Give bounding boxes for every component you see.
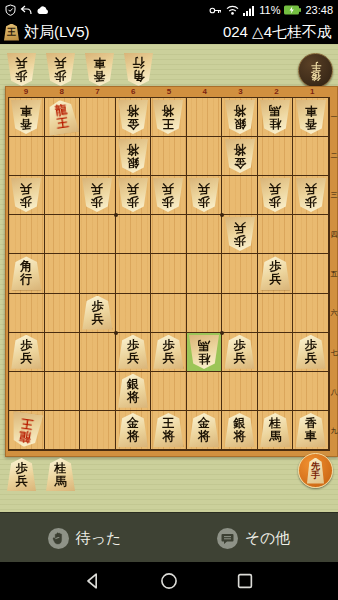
battery-charging-icon: [284, 5, 301, 15]
board-cell-1九[interactable]: 香車: [293, 411, 329, 450]
sente-player-badge: 先手: [298, 453, 333, 488]
key-icon: [209, 5, 222, 16]
board-cell-5六[interactable]: [151, 294, 187, 333]
shogi-piece-銀将-gote[interactable]: 銀将: [118, 139, 148, 173]
shogi-piece-桂馬-sente[interactable]: 桂馬: [46, 458, 75, 491]
board-cell-8一[interactable]: 龍王: [45, 98, 81, 137]
board-cell-7五[interactable]: [80, 254, 116, 293]
other-options-button[interactable]: その他: [169, 513, 338, 563]
board-cell-4九[interactable]: 金将: [187, 411, 223, 450]
board-cell-2三[interactable]: 歩兵: [258, 176, 294, 215]
board-grid: 香車龍王金将王将銀将桂馬香車銀将金将歩兵歩兵歩兵歩兵歩兵歩兵歩兵歩兵角行歩兵歩兵…: [8, 97, 330, 451]
board-cell-7六[interactable]: 歩兵: [80, 294, 116, 333]
hoshi-dot: [220, 331, 224, 335]
game-area: 歩兵歩兵香車角行 後手 987654321 一二三四五六七八九 香車龍王金将王将…: [0, 44, 338, 512]
board-cell-2九[interactable]: 桂馬: [258, 411, 294, 450]
app-bar: 王 対局(LV5) 024 △4七桂不成: [0, 20, 338, 44]
file-label-2: 2: [258, 86, 294, 97]
board-cell-8八[interactable]: [45, 372, 81, 411]
board-cell-4八[interactable]: [187, 372, 223, 411]
home-button[interactable]: [131, 571, 207, 591]
hoshi-dot: [220, 213, 224, 217]
board-cell-2二[interactable]: [258, 137, 294, 176]
shogi-piece-歩兵-sente[interactable]: 歩兵: [11, 335, 41, 369]
board-cell-3八[interactable]: [222, 372, 258, 411]
rank-label-八: 八: [330, 372, 338, 411]
board-cell-6八[interactable]: 銀将: [116, 372, 152, 411]
board-cell-3九[interactable]: 銀将: [222, 411, 258, 450]
file-label-5: 5: [151, 86, 187, 97]
board-cell-5八[interactable]: [151, 372, 187, 411]
wifi-icon: [226, 5, 239, 15]
shogi-piece-歩兵-sente[interactable]: 歩兵: [225, 335, 255, 369]
board-cell-8五[interactable]: [45, 254, 81, 293]
board-cell-6九[interactable]: 金将: [116, 411, 152, 450]
shogi-piece-歩兵-gote[interactable]: 歩兵: [11, 178, 41, 212]
shogi-piece-歩兵-sente[interactable]: 歩兵: [296, 335, 326, 369]
board-cell-7二[interactable]: [80, 137, 116, 176]
file-label-7: 7: [80, 86, 116, 97]
board-cell-6三[interactable]: 歩兵: [116, 176, 152, 215]
board-cell-8七[interactable]: [45, 333, 81, 372]
board-cell-3六[interactable]: [222, 294, 258, 333]
board-cell-5二[interactable]: [151, 137, 187, 176]
board-cell-1八[interactable]: [293, 372, 329, 411]
board-cell-9六[interactable]: [9, 294, 45, 333]
board-cell-4七[interactable]: 桂馬: [187, 333, 223, 372]
shogi-piece-王将-sente[interactable]: 王将: [153, 413, 183, 447]
board-cell-2八[interactable]: [258, 372, 294, 411]
file-labels: 987654321: [8, 86, 330, 97]
back-button[interactable]: [55, 571, 131, 591]
app-screen: 11% 23:48 王 対局(LV5) 024 △4七桂不成 歩兵歩兵香車角行 …: [0, 0, 338, 600]
board-cell-3七[interactable]: 歩兵: [222, 333, 258, 372]
shogi-app-icon: 王: [4, 24, 19, 41]
shogi-piece-歩兵-sente[interactable]: 歩兵: [260, 256, 290, 290]
board-cell-3三[interactable]: [222, 176, 258, 215]
file-label-9: 9: [8, 86, 44, 97]
board-cell-1四[interactable]: [293, 215, 329, 254]
board-cell-9五[interactable]: 角行: [9, 254, 45, 293]
shogi-piece-桂馬-sente[interactable]: 桂馬: [260, 413, 290, 447]
shogi-piece-香車-gote[interactable]: 香車: [85, 53, 114, 86]
board-cell-1一[interactable]: 香車: [293, 98, 329, 137]
sente-badge-piece: 先手: [307, 458, 324, 484]
board-cell-7三[interactable]: 歩兵: [80, 176, 116, 215]
board-cell-6五[interactable]: [116, 254, 152, 293]
board-cell-9四[interactable]: [9, 215, 45, 254]
board-cell-6六[interactable]: [116, 294, 152, 333]
shield-check-icon: [5, 4, 16, 16]
shogi-piece-歩兵-gote[interactable]: 歩兵: [260, 178, 290, 212]
file-label-1: 1: [294, 86, 330, 97]
shogi-piece-龍王-sente[interactable]: 龍王: [45, 98, 79, 136]
shogi-piece-歩兵-gote[interactable]: 歩兵: [46, 53, 75, 86]
board-cell-4四[interactable]: [187, 215, 223, 254]
board-cell-5四[interactable]: [151, 215, 187, 254]
shogi-piece-歩兵-gote[interactable]: 歩兵: [225, 217, 255, 251]
rank-label-六: 六: [330, 294, 338, 333]
shogi-piece-桂馬-gote[interactable]: 桂馬: [260, 100, 290, 134]
board-cell-1六[interactable]: [293, 294, 329, 333]
shogi-piece-角行-gote[interactable]: 角行: [124, 53, 153, 86]
board-cell-1二[interactable]: [293, 137, 329, 176]
gote-badge-label: 後手: [311, 61, 321, 81]
board-cell-9一[interactable]: 香車: [9, 98, 45, 137]
shogi-piece-銀将-gote[interactable]: 銀将: [225, 100, 255, 134]
move-counter: 024 △4七桂不成: [223, 23, 338, 42]
board-cell-8六[interactable]: [45, 294, 81, 333]
board-cell-1七[interactable]: 歩兵: [293, 333, 329, 372]
board-cell-5一[interactable]: 王将: [151, 98, 187, 137]
file-label-4: 4: [187, 86, 223, 97]
shogi-piece-歩兵-gote[interactable]: 歩兵: [296, 178, 326, 212]
board-cell-4六[interactable]: [187, 294, 223, 333]
rank-label-二: 二: [330, 136, 338, 175]
matta-undo-button[interactable]: 待った: [0, 513, 169, 563]
signal-bars-icon: [243, 5, 255, 16]
shogi-piece-銀将-sente[interactable]: 銀将: [225, 413, 255, 447]
sente-badge-label: 先手: [311, 462, 320, 480]
board-cell-5七[interactable]: 歩兵: [151, 333, 187, 372]
shogi-piece-歩兵-gote[interactable]: 歩兵: [189, 178, 219, 212]
hand-icon: [48, 528, 69, 549]
shogi-piece-王将-gote[interactable]: 王将: [153, 100, 183, 134]
shogi-piece-歩兵-gote[interactable]: 歩兵: [7, 53, 36, 86]
gote-captured-pieces-tray: 歩兵歩兵香車角行: [7, 53, 153, 86]
shogi-piece-金将-sente[interactable]: 金将: [118, 413, 148, 447]
board-cell-9八[interactable]: [9, 372, 45, 411]
board-cell-4三[interactable]: 歩兵: [187, 176, 223, 215]
other-label: その他: [245, 529, 291, 548]
shogi-piece-金将-gote[interactable]: 金将: [225, 139, 255, 173]
file-label-8: 8: [44, 86, 80, 97]
board-cell-3一[interactable]: 銀将: [222, 98, 258, 137]
board-cell-7一[interactable]: [80, 98, 116, 137]
board-cell-3五[interactable]: [222, 254, 258, 293]
board-cell-8三[interactable]: [45, 176, 81, 215]
hoshi-dot: [114, 213, 118, 217]
shogi-piece-桂馬-gote[interactable]: 桂馬: [189, 335, 219, 369]
sente-captured-pieces-tray: 歩兵桂馬: [7, 458, 75, 491]
shogi-piece-銀将-sente[interactable]: 銀将: [118, 374, 148, 408]
shogi-piece-角行-sente[interactable]: 角行: [11, 256, 41, 290]
recent-apps-button[interactable]: [207, 571, 283, 591]
shogi-board: 987654321 一二三四五六七八九 香車龍王金将王将銀将桂馬香車銀将金将歩兵…: [5, 86, 338, 457]
shogi-piece-龍王-gote[interactable]: 龍王: [9, 411, 43, 449]
reply-arrow-icon: [20, 5, 32, 16]
shogi-piece-香車-gote[interactable]: 香車: [296, 100, 326, 134]
cloud-icon: [36, 5, 49, 15]
rank-label-七: 七: [330, 333, 338, 372]
board-cell-6二[interactable]: 銀将: [116, 137, 152, 176]
shogi-piece-歩兵-gote[interactable]: 歩兵: [82, 178, 112, 212]
board-cell-6四[interactable]: [116, 215, 152, 254]
shogi-piece-香車-sente[interactable]: 香車: [296, 413, 326, 447]
board-cell-2四[interactable]: [258, 215, 294, 254]
board-cell-7八[interactable]: [80, 372, 116, 411]
board-cell-3二[interactable]: 金将: [222, 137, 258, 176]
board-cell-2六[interactable]: [258, 294, 294, 333]
rank-label-九: 九: [330, 412, 338, 451]
status-bar: 11% 23:48: [0, 0, 338, 20]
board-cell-8四[interactable]: [45, 215, 81, 254]
shogi-piece-歩兵-sente[interactable]: 歩兵: [118, 335, 148, 369]
board-cell-9七[interactable]: 歩兵: [9, 333, 45, 372]
rank-label-四: 四: [330, 215, 338, 254]
board-cell-3四[interactable]: 歩兵: [222, 215, 258, 254]
board-cell-5九[interactable]: 王将: [151, 411, 187, 450]
board-cell-9九[interactable]: 龍王: [9, 411, 45, 450]
app-title: 対局(LV5): [24, 23, 223, 42]
board-cell-7四[interactable]: [80, 215, 116, 254]
shogi-piece-歩兵-gote[interactable]: 歩兵: [153, 178, 183, 212]
shogi-piece-歩兵-gote[interactable]: 歩兵: [118, 178, 148, 212]
bottom-toolbar: 待った その他: [0, 512, 338, 563]
board-cell-4一[interactable]: [187, 98, 223, 137]
hoshi-dot: [114, 331, 118, 335]
board-cell-8九[interactable]: [45, 411, 81, 450]
shogi-piece-金将-gote[interactable]: 金将: [118, 100, 148, 134]
rank-label-三: 三: [330, 176, 338, 215]
rank-label-一: 一: [330, 97, 338, 136]
board-cell-5五[interactable]: [151, 254, 187, 293]
board-cell-7七[interactable]: [80, 333, 116, 372]
file-label-6: 6: [115, 86, 151, 97]
board-cell-2一[interactable]: 桂馬: [258, 98, 294, 137]
shogi-piece-歩兵-sente[interactable]: 歩兵: [82, 296, 112, 330]
shogi-piece-歩兵-sente[interactable]: 歩兵: [153, 335, 183, 369]
board-cell-6七[interactable]: 歩兵: [116, 333, 152, 372]
clock: 23:48: [305, 4, 333, 16]
message-icon: [217, 528, 238, 549]
board-cell-8二[interactable]: [45, 137, 81, 176]
board-cell-5三[interactable]: 歩兵: [151, 176, 187, 215]
shogi-piece-香車-gote[interactable]: 香車: [11, 100, 41, 134]
board-cell-4二[interactable]: [187, 137, 223, 176]
matta-label: 待った: [76, 529, 122, 548]
board-cell-2五[interactable]: 歩兵: [258, 254, 294, 293]
board-cell-1五[interactable]: [293, 254, 329, 293]
board-cell-4五[interactable]: [187, 254, 223, 293]
file-label-3: 3: [223, 86, 259, 97]
android-nav-bar: [0, 562, 338, 600]
shogi-piece-金将-sente[interactable]: 金将: [189, 413, 219, 447]
board-cell-7九[interactable]: [80, 411, 116, 450]
rank-labels: 一二三四五六七八九: [330, 97, 338, 451]
shogi-piece-歩兵-sente[interactable]: 歩兵: [7, 458, 36, 491]
board-cell-1三[interactable]: 歩兵: [293, 176, 329, 215]
rank-label-五: 五: [330, 254, 338, 293]
board-cell-9三[interactable]: 歩兵: [9, 176, 45, 215]
battery-percent: 11%: [259, 4, 280, 16]
board-cell-2七[interactable]: [258, 333, 294, 372]
board-cell-6一[interactable]: 金将: [116, 98, 152, 137]
board-cell-9二[interactable]: [9, 137, 45, 176]
gote-player-badge: 後手: [298, 53, 333, 88]
